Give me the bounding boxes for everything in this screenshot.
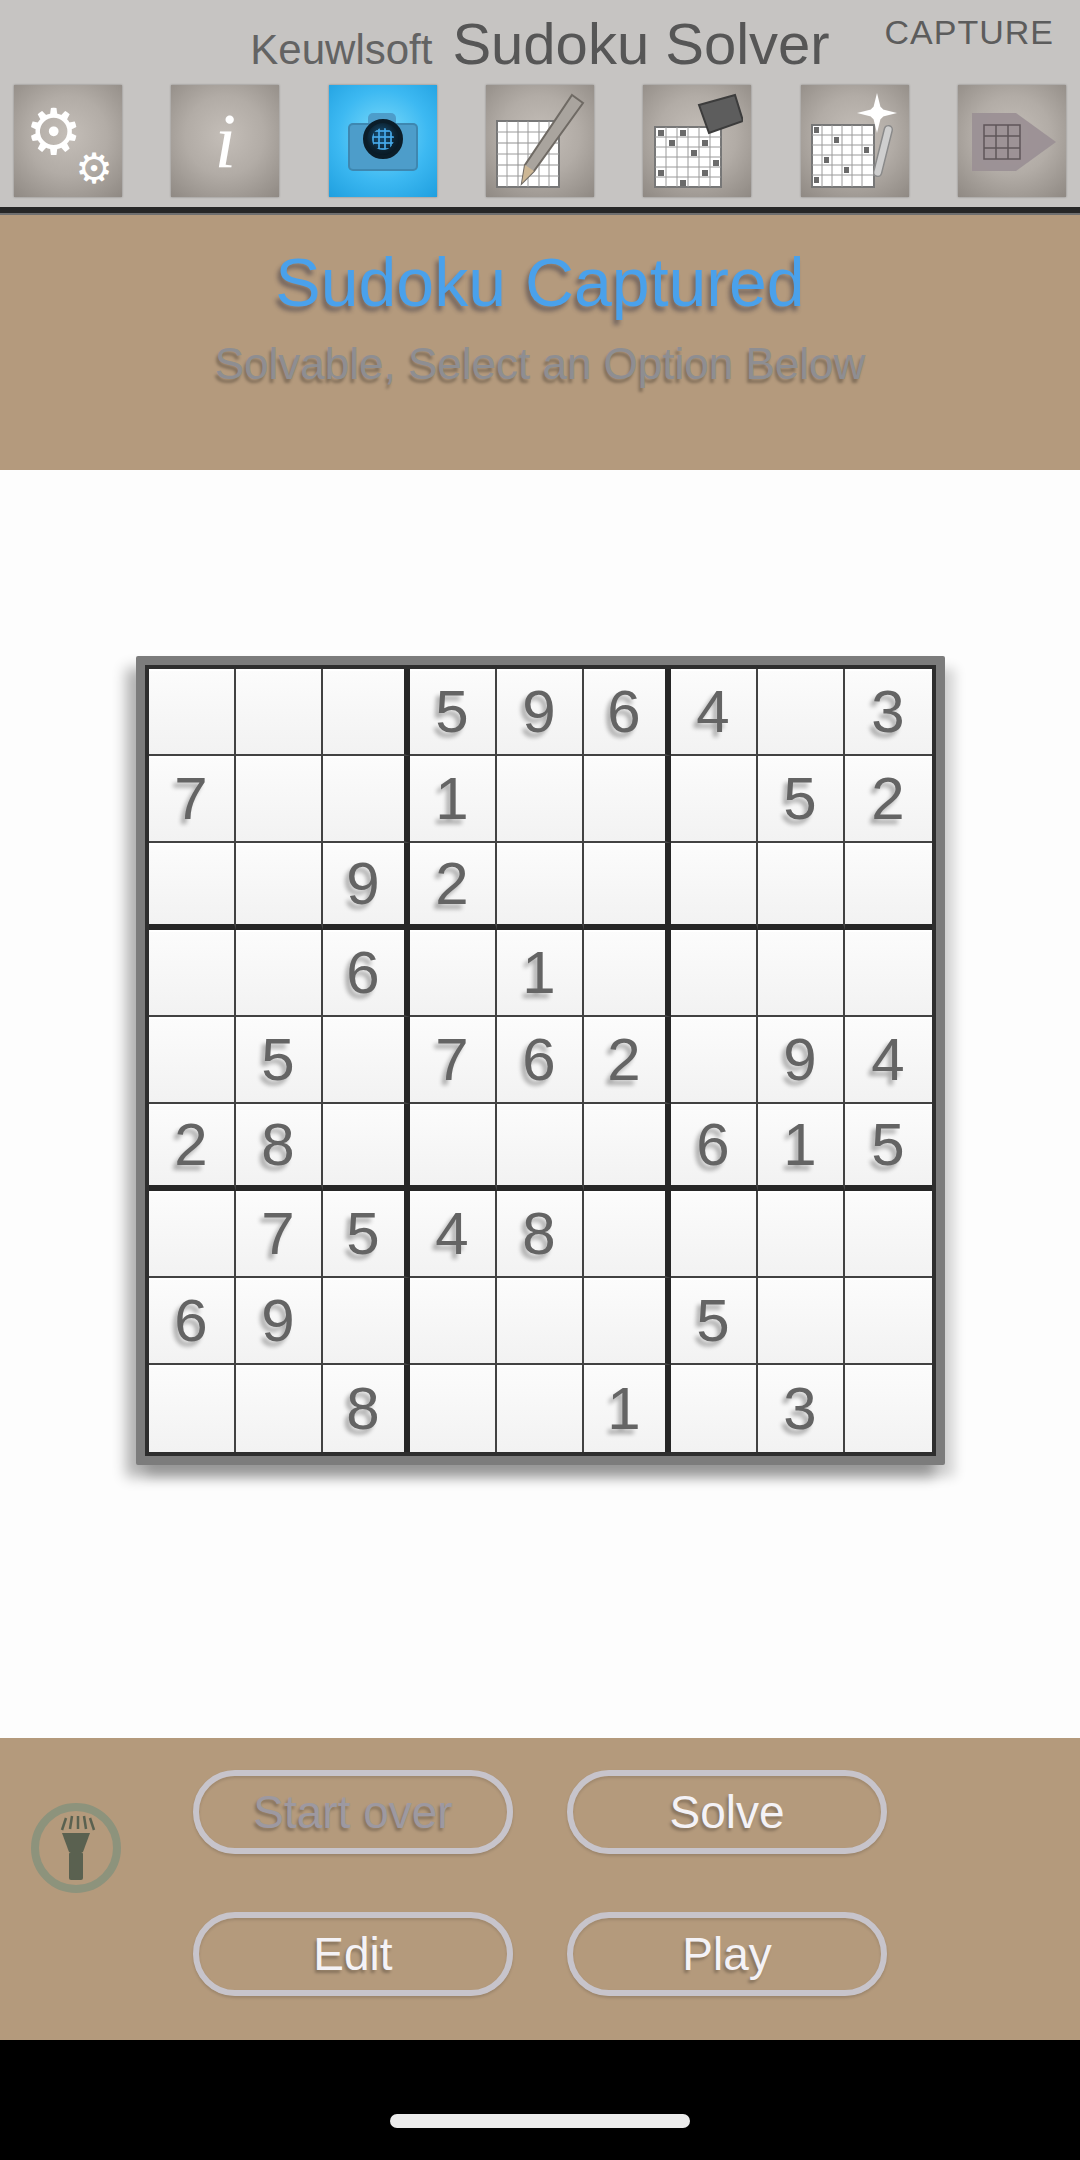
cell-r3c8 <box>758 843 845 930</box>
sudoku-grid: 5964371529261576294286157548695813 <box>145 665 936 1456</box>
toolbar-wand-button[interactable] <box>801 85 909 197</box>
cell-r7c2: 7 <box>236 1191 323 1278</box>
toolbar-settings-button[interactable]: ⚙⚙ <box>14 85 122 197</box>
home-indicator[interactable] <box>390 2114 690 2128</box>
toolbar-capture-button[interactable] <box>329 85 437 197</box>
cell-r7c3: 5 <box>323 1191 410 1278</box>
cell-r1c4: 5 <box>410 669 497 756</box>
cell-r1c3 <box>323 669 410 756</box>
cell-r2c4: 1 <box>410 756 497 843</box>
cell-r4c3: 6 <box>323 930 410 1017</box>
brand-label: Keuwlsoft <box>250 26 432 74</box>
cell-r3c7 <box>671 843 758 930</box>
gears-icon: ⚙⚙ <box>23 93 113 189</box>
cell-r4c8 <box>758 930 845 1017</box>
cell-r6c8: 1 <box>758 1104 845 1191</box>
cell-r3c2 <box>236 843 323 930</box>
cell-r4c4 <box>410 930 497 1017</box>
cell-r8c3 <box>323 1278 410 1365</box>
cell-r1c1 <box>149 669 236 756</box>
cell-r9c3: 8 <box>323 1365 410 1452</box>
cell-r3c1 <box>149 843 236 930</box>
cell-r2c5 <box>497 756 584 843</box>
toolbar-edit-button[interactable] <box>486 85 594 197</box>
cell-r5c5: 6 <box>497 1017 584 1104</box>
cell-r7c5: 8 <box>497 1191 584 1278</box>
solve-button[interactable]: Solve <box>567 1770 887 1854</box>
cell-r8c7: 5 <box>671 1278 758 1365</box>
cell-r6c5 <box>497 1104 584 1191</box>
cell-r6c6 <box>584 1104 671 1191</box>
cell-r6c1: 2 <box>149 1104 236 1191</box>
cell-r6c3 <box>323 1104 410 1191</box>
arrow-grid-icon <box>964 91 1060 191</box>
cell-r2c7 <box>671 756 758 843</box>
cell-r5c4: 7 <box>410 1017 497 1104</box>
cell-r2c8: 5 <box>758 756 845 843</box>
cell-r3c3: 9 <box>323 843 410 930</box>
cell-r8c9 <box>845 1278 932 1365</box>
cell-r6c9: 5 <box>845 1104 932 1191</box>
content-area: 5964371529261576294286157548695813 <box>0 470 1080 1738</box>
cell-r5c8: 9 <box>758 1017 845 1104</box>
grid-wand-icon <box>809 91 901 191</box>
cell-r2c9: 2 <box>845 756 932 843</box>
play-button[interactable]: Play <box>567 1912 887 1996</box>
cell-r1c9: 3 <box>845 669 932 756</box>
cell-r9c6: 1 <box>584 1365 671 1452</box>
cell-r2c1: 7 <box>149 756 236 843</box>
action-bar: Keuwlsoft Sudoku Solver CAPTURE ⚙⚙ i <box>0 0 1080 213</box>
sudoku-board: 5964371529261576294286157548695813 <box>136 656 945 1465</box>
banner-subtitle: Solvable, Select an Option Below <box>0 339 1080 389</box>
cell-r4c2 <box>236 930 323 1017</box>
cell-r2c2 <box>236 756 323 843</box>
flashlight-icon <box>28 1800 124 1896</box>
cell-r8c8 <box>758 1278 845 1365</box>
cell-r9c9 <box>845 1365 932 1452</box>
toolbar-info-button[interactable]: i <box>171 85 279 197</box>
cell-r8c2: 9 <box>236 1278 323 1365</box>
edit-button[interactable]: Edit <box>193 1912 513 1996</box>
cell-r5c3 <box>323 1017 410 1104</box>
grid-pencil-icon <box>494 91 586 191</box>
cell-r5c6: 2 <box>584 1017 671 1104</box>
cell-r8c1: 6 <box>149 1278 236 1365</box>
cell-r1c2 <box>236 669 323 756</box>
grid-bucket-icon <box>651 91 743 191</box>
cell-r3c6 <box>584 843 671 930</box>
cell-r3c4: 2 <box>410 843 497 930</box>
cell-r8c6 <box>584 1278 671 1365</box>
cell-r6c4 <box>410 1104 497 1191</box>
cell-r2c6 <box>584 756 671 843</box>
cell-r5c7 <box>671 1017 758 1104</box>
flashlight-toggle[interactable] <box>28 1800 124 1896</box>
action-buttons: Start over Solve Edit Play <box>0 1770 1080 1996</box>
cell-r7c6 <box>584 1191 671 1278</box>
cell-r7c9 <box>845 1191 932 1278</box>
app-screen: Keuwlsoft Sudoku Solver CAPTURE ⚙⚙ i <box>0 0 1080 2160</box>
toolbar-fill-button[interactable] <box>643 85 751 197</box>
cell-r1c8 <box>758 669 845 756</box>
cell-r5c2: 5 <box>236 1017 323 1104</box>
cell-r5c9: 4 <box>845 1017 932 1104</box>
cell-r7c1 <box>149 1191 236 1278</box>
start-over-button[interactable]: Start over <box>193 1770 513 1854</box>
cell-r6c7: 6 <box>671 1104 758 1191</box>
toolbar: ⚙⚙ i <box>0 85 1080 197</box>
banner-title: Sudoku Captured <box>0 243 1080 321</box>
actions-panel: Start over Solve Edit Play <box>0 1738 1080 2040</box>
cell-r4c1 <box>149 930 236 1017</box>
status-banner: Sudoku Captured Solvable, Select an Opti… <box>0 213 1080 470</box>
cell-r9c1 <box>149 1365 236 1452</box>
cell-r9c8: 3 <box>758 1365 845 1452</box>
cell-r9c4 <box>410 1365 497 1452</box>
cell-r8c4 <box>410 1278 497 1365</box>
cell-r9c5 <box>497 1365 584 1452</box>
cell-r6c2: 8 <box>236 1104 323 1191</box>
cell-r4c7 <box>671 930 758 1017</box>
camera-icon <box>348 111 418 171</box>
cell-r7c7 <box>671 1191 758 1278</box>
cell-r4c5: 1 <box>497 930 584 1017</box>
toolbar-play-button[interactable] <box>958 85 1066 197</box>
info-icon: i <box>214 102 236 180</box>
cell-r3c5 <box>497 843 584 930</box>
cell-r9c7 <box>671 1365 758 1452</box>
cell-r1c6: 6 <box>584 669 671 756</box>
cell-r7c8 <box>758 1191 845 1278</box>
cell-r8c5 <box>497 1278 584 1365</box>
cell-r1c5: 9 <box>497 669 584 756</box>
system-nav-bar <box>0 2040 1080 2160</box>
cell-r3c9 <box>845 843 932 930</box>
cell-r9c2 <box>236 1365 323 1452</box>
cell-r2c3 <box>323 756 410 843</box>
cell-r1c7: 4 <box>671 669 758 756</box>
cell-r4c9 <box>845 930 932 1017</box>
app-title: Sudoku Solver <box>452 10 829 77</box>
capture-action[interactable]: CAPTURE <box>879 12 1060 53</box>
cell-r7c4: 4 <box>410 1191 497 1278</box>
cell-r4c6 <box>584 930 671 1017</box>
cell-r5c1 <box>149 1017 236 1104</box>
